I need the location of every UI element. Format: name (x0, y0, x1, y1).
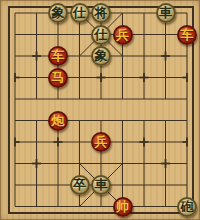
point-f2[interactable] (112, 174, 134, 196)
point-g3[interactable] (133, 153, 155, 175)
point-e1[interactable] (90, 196, 112, 218)
point-i8[interactable] (176, 45, 198, 67)
piece-red-soldier[interactable]: 兵 (113, 25, 133, 45)
piece-black-chariot[interactable]: 車 (91, 175, 111, 195)
point-f8[interactable] (112, 45, 134, 67)
piece-black-elephant[interactable]: 象 (48, 3, 68, 23)
point-i7[interactable] (176, 67, 198, 89)
point-i5[interactable] (176, 110, 198, 132)
piece-black-general[interactable]: 将 (91, 3, 111, 23)
point-a6[interactable] (4, 88, 26, 110)
piece-red-cannon[interactable]: 炮 (48, 111, 68, 131)
point-i3[interactable] (176, 153, 198, 175)
point-f5[interactable] (112, 110, 134, 132)
point-i1[interactable]: 砲 (176, 196, 198, 218)
point-c7[interactable]: 马 (47, 67, 69, 89)
point-b5[interactable] (26, 110, 48, 132)
xiangqi-board: 象仕将車仕兵车车象马炮兵卒車帅砲 (0, 0, 200, 220)
black-chariot-glyph: 車 (159, 3, 172, 23)
point-a4[interactable] (4, 131, 26, 153)
red-horse-glyph: 马 (52, 68, 65, 88)
black-elephant-glyph: 象 (52, 3, 65, 23)
piece-black-elephant[interactable]: 象 (91, 46, 111, 66)
point-i9[interactable]: 车 (176, 24, 198, 46)
point-h4[interactable] (155, 131, 177, 153)
point-b8[interactable] (26, 45, 48, 67)
point-d8[interactable] (69, 45, 91, 67)
point-g6[interactable] (133, 88, 155, 110)
red-soldier-glyph: 兵 (95, 132, 108, 152)
point-g4[interactable] (133, 131, 155, 153)
xiangqi-app: 象仕将車仕兵车车象马炮兵卒車帅砲 (0, 0, 200, 220)
point-d4[interactable] (69, 131, 91, 153)
point-a8[interactable] (4, 45, 26, 67)
point-e2[interactable]: 車 (90, 174, 112, 196)
point-e8[interactable]: 象 (90, 45, 112, 67)
point-d2[interactable]: 卒 (69, 174, 91, 196)
piece-red-horse[interactable]: 马 (48, 68, 68, 88)
point-e4[interactable]: 兵 (90, 131, 112, 153)
point-a5[interactable] (4, 110, 26, 132)
point-a10[interactable] (4, 2, 26, 24)
point-h8[interactable] (155, 45, 177, 67)
piece-black-chariot[interactable]: 車 (156, 3, 176, 23)
red-general-glyph: 帅 (116, 197, 129, 217)
point-c10[interactable]: 象 (47, 2, 69, 24)
point-g2[interactable] (133, 174, 155, 196)
point-a1[interactable] (4, 196, 26, 218)
point-g7[interactable] (133, 67, 155, 89)
point-f1[interactable]: 帅 (112, 196, 134, 218)
point-e6[interactable] (90, 88, 112, 110)
point-h6[interactable] (155, 88, 177, 110)
point-d3[interactable] (69, 153, 91, 175)
point-f9[interactable]: 兵 (112, 24, 134, 46)
point-g10[interactable] (133, 2, 155, 24)
piece-red-soldier[interactable]: 兵 (91, 132, 111, 152)
piece-black-soldier[interactable]: 卒 (70, 175, 90, 195)
point-f3[interactable] (112, 153, 134, 175)
point-h2[interactable] (155, 174, 177, 196)
point-c2[interactable] (47, 174, 69, 196)
point-h9[interactable] (155, 24, 177, 46)
point-b7[interactable] (26, 67, 48, 89)
point-g9[interactable] (133, 24, 155, 46)
point-e5[interactable] (90, 110, 112, 132)
point-c8[interactable]: 车 (47, 45, 69, 67)
point-a2[interactable] (4, 174, 26, 196)
point-f4[interactable] (112, 131, 134, 153)
piece-red-general[interactable]: 帅 (113, 197, 133, 217)
point-b4[interactable] (26, 131, 48, 153)
black-advisor-glyph: 仕 (95, 25, 108, 45)
point-c4[interactable] (47, 131, 69, 153)
point-c1[interactable] (47, 196, 69, 218)
piece-black-advisor[interactable]: 仕 (70, 3, 90, 23)
piece-red-chariot[interactable]: 车 (48, 46, 68, 66)
point-h10[interactable]: 車 (155, 2, 177, 24)
point-d6[interactable] (69, 88, 91, 110)
point-e7[interactable] (90, 67, 112, 89)
red-soldier-glyph: 兵 (116, 25, 129, 45)
point-a3[interactable] (4, 153, 26, 175)
point-d9[interactable] (69, 24, 91, 46)
black-cannon-glyph: 砲 (181, 197, 194, 217)
point-b2[interactable] (26, 174, 48, 196)
point-b10[interactable] (26, 2, 48, 24)
point-b1[interactable] (26, 196, 48, 218)
point-i6[interactable] (176, 88, 198, 110)
point-c9[interactable] (47, 24, 69, 46)
piece-black-cannon[interactable]: 砲 (177, 197, 197, 217)
black-elephant-glyph: 象 (95, 46, 108, 66)
point-b9[interactable] (26, 24, 48, 46)
point-d1[interactable] (69, 196, 91, 218)
point-d7[interactable] (69, 67, 91, 89)
point-g8[interactable] (133, 45, 155, 67)
point-a7[interactable] (4, 67, 26, 89)
point-b3[interactable] (26, 153, 48, 175)
point-c5[interactable]: 炮 (47, 110, 69, 132)
point-f10[interactable] (112, 2, 134, 24)
point-h1[interactable] (155, 196, 177, 218)
point-d10[interactable]: 仕 (69, 2, 91, 24)
point-c6[interactable] (47, 88, 69, 110)
point-e10[interactable]: 将 (90, 2, 112, 24)
point-e3[interactable] (90, 153, 112, 175)
black-chariot-glyph: 車 (95, 175, 108, 195)
black-soldier-glyph: 卒 (73, 175, 86, 195)
point-h7[interactable] (155, 67, 177, 89)
point-i10[interactable] (176, 2, 198, 24)
point-a9[interactable] (4, 24, 26, 46)
black-advisor-glyph: 仕 (73, 3, 86, 23)
point-i4[interactable] (176, 131, 198, 153)
point-e9[interactable]: 仕 (90, 24, 112, 46)
point-h3[interactable] (155, 153, 177, 175)
black-general-glyph: 将 (95, 3, 108, 23)
point-f7[interactable] (112, 67, 134, 89)
point-b6[interactable] (26, 88, 48, 110)
red-chariot-glyph: 车 (52, 46, 65, 66)
piece-black-advisor[interactable]: 仕 (91, 25, 111, 45)
red-chariot-glyph: 车 (181, 25, 194, 45)
red-cannon-glyph: 炮 (52, 111, 65, 131)
point-h5[interactable] (155, 110, 177, 132)
point-g5[interactable] (133, 110, 155, 132)
point-f6[interactable] (112, 88, 134, 110)
piece-red-chariot[interactable]: 车 (177, 25, 197, 45)
point-d5[interactable] (69, 110, 91, 132)
point-i2[interactable] (176, 174, 198, 196)
point-c3[interactable] (47, 153, 69, 175)
point-g1[interactable] (133, 196, 155, 218)
